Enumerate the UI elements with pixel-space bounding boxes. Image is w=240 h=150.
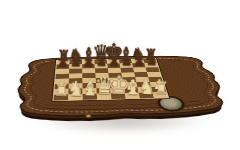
product-photo: ♜♞♝♛♚♝♞♜♟♟♟♟♟♟♟♟♟♟♟♟♟♟♟♟♜♞♝♛♚♝♞♜ bbox=[0, 0, 240, 150]
square-h1: ♜ bbox=[153, 92, 169, 98]
square-e1: ♚ bbox=[111, 93, 126, 99]
square-d1: ♛ bbox=[97, 93, 112, 99]
square-b1: ♞ bbox=[68, 94, 83, 100]
chess-field: ♜♞♝♛♚♝♞♜♟♟♟♟♟♟♟♟♟♟♟♟♟♟♟♟♜♞♝♛♚♝♞♜ bbox=[52, 58, 169, 101]
square-c1: ♝ bbox=[83, 94, 98, 100]
square-g1: ♞ bbox=[139, 92, 154, 98]
square-f1: ♝ bbox=[125, 93, 140, 99]
board-plane: ♜♞♝♛♚♝♞♜♟♟♟♟♟♟♟♟♟♟♟♟♟♟♟♟♜♞♝♛♚♝♞♜ bbox=[10, 53, 236, 122]
board-scene: ♜♞♝♛♚♝♞♜♟♟♟♟♟♟♟♟♟♟♟♟♟♟♟♟♜♞♝♛♚♝♞♜ bbox=[18, 19, 222, 145]
square-d4 bbox=[96, 78, 110, 83]
brass-clasp bbox=[86, 115, 91, 118]
